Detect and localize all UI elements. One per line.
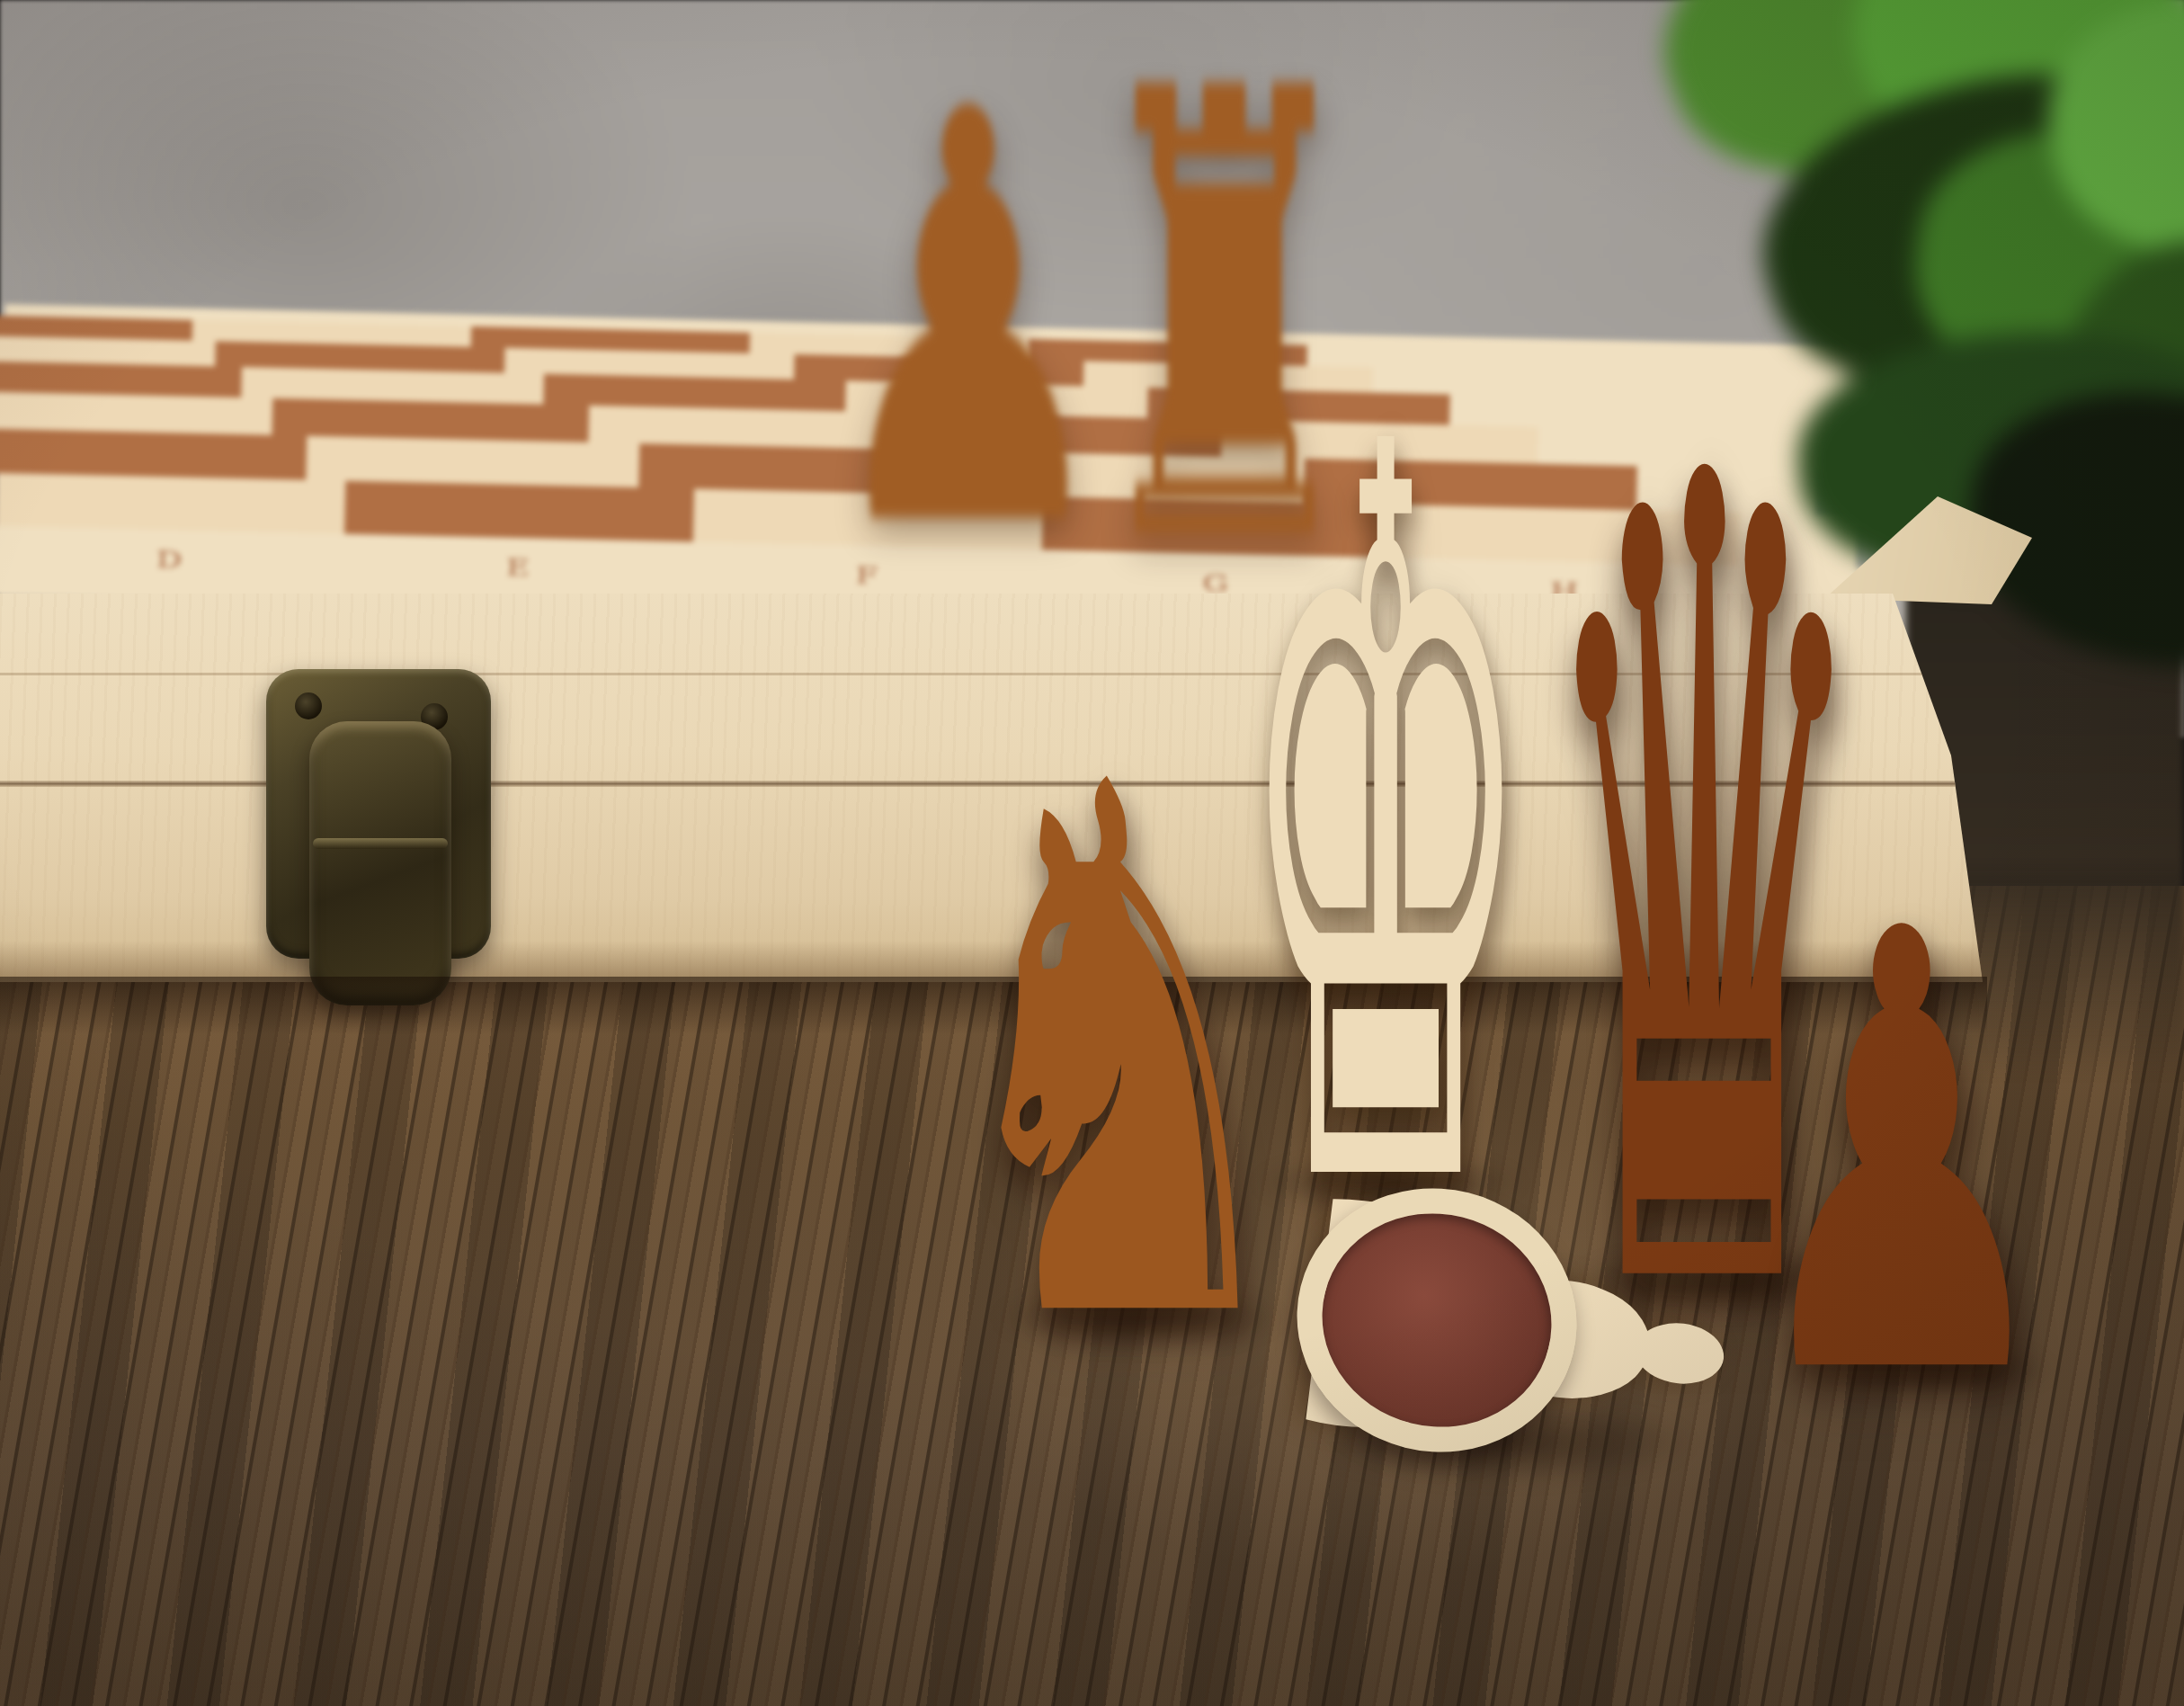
board-file-label: D xyxy=(156,548,182,572)
board-square xyxy=(344,481,694,542)
board-square xyxy=(306,436,639,487)
board-square xyxy=(0,428,307,479)
board-square xyxy=(272,398,589,442)
brass-clasp xyxy=(266,669,498,1011)
clasp-screw-left xyxy=(295,692,322,719)
board-square xyxy=(0,391,272,435)
black-pawn-table-glyph: ♟ xyxy=(1741,804,2064,1506)
black-pawn-table-piece: ♟ xyxy=(1722,853,2081,1458)
clasp-toggle-lip xyxy=(313,838,448,849)
board-square xyxy=(0,473,345,534)
clasp-toggle xyxy=(309,721,451,1005)
photo-stage: DEFGH ♟ ♜ ♞ ♚ ♛ xyxy=(0,0,2184,1706)
board-file-label: E xyxy=(506,556,530,580)
